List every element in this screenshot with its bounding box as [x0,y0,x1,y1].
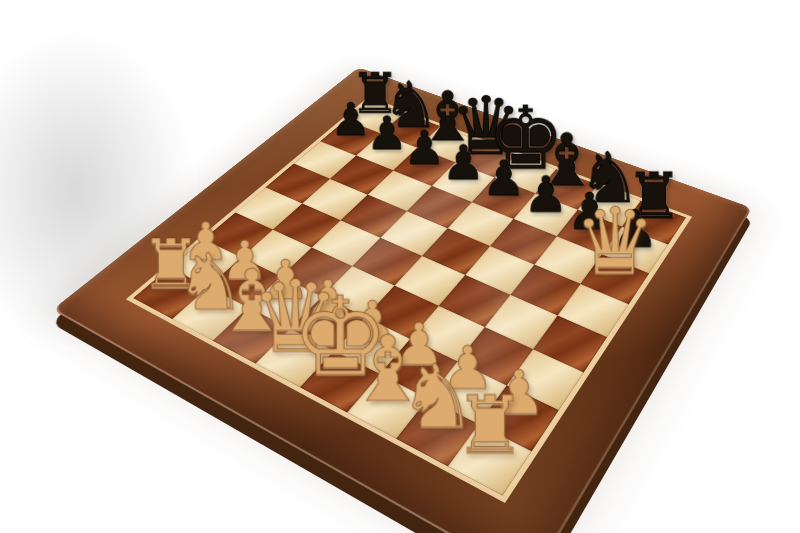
square-h6[interactable]: ♛ [581,255,649,305]
photo-backdrop: ♜♞♝♛♚♝♞♜♟♟♟♟♟♟♟♟♛♟♟♟♟♟♟♟♟♜♞♝♛♚♝♞♜ [0,0,800,533]
board-grid: ♜♞♝♛♚♝♞♜♟♟♟♟♟♟♟♟♛♟♟♟♟♟♟♟♟♜♞♝♛♚♝♞♜ [126,97,692,503]
chess-board: ♜♞♝♛♚♝♞♜♟♟♟♟♟♟♟♟♛♟♟♟♟♟♟♟♟♜♞♝♛♚♝♞♜ [52,67,752,533]
black-pawn[interactable]: ♟ [442,139,485,187]
scene: ♜♞♝♛♚♝♞♜♟♟♟♟♟♟♟♟♛♟♟♟♟♟♟♟♟♜♞♝♛♚♝♞♜ [0,0,800,533]
black-pawn[interactable]: ♟ [524,170,568,220]
black-pawn[interactable]: ♟ [482,154,526,203]
square-e6[interactable] [448,202,514,246]
black-pawn[interactable]: ♟ [331,97,371,142]
square-d5[interactable] [380,211,447,256]
square-h1[interactable]: ♜ [448,424,532,495]
white-queen-spare[interactable]: ♛ [574,196,657,288]
black-pawn[interactable]: ♟ [403,124,445,171]
white-rook[interactable]: ♜ [454,386,527,467]
black-pawn[interactable]: ♟ [366,110,407,156]
